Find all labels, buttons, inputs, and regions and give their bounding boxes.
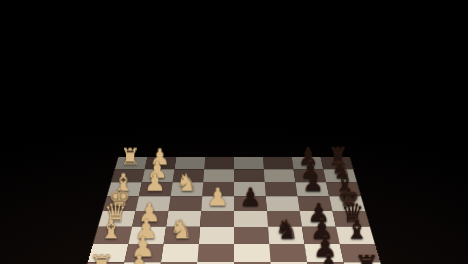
black-rook[interactable]: ♜ <box>354 250 380 264</box>
square-c8[interactable]: ♝ <box>336 227 375 244</box>
square-h1[interactable]: ♜ <box>115 157 147 169</box>
square-f6[interactable] <box>265 182 298 196</box>
square-e4[interactable]: ♟ <box>201 196 234 211</box>
square-f7[interactable]: ♟ <box>295 182 329 196</box>
square-h6[interactable] <box>263 157 294 169</box>
square-g4[interactable] <box>203 169 234 182</box>
white-knight[interactable]: ♞ <box>176 170 198 197</box>
square-c4[interactable] <box>199 227 234 244</box>
square-b6[interactable] <box>269 244 307 262</box>
square-b3[interactable] <box>161 244 199 262</box>
square-c1[interactable]: ♝ <box>93 227 132 244</box>
white-knight[interactable]: ♞ <box>169 214 193 244</box>
square-f3[interactable]: ♞ <box>171 182 204 196</box>
square-g5[interactable] <box>234 169 265 182</box>
black-knight[interactable]: ♞ <box>275 214 299 244</box>
square-d4[interactable] <box>200 211 234 227</box>
black-bishop[interactable]: ♝ <box>345 214 369 244</box>
square-h3[interactable] <box>174 157 205 169</box>
board-perspective-wrap: ♜♟♟♜♟♟♞♝♟♞♟♝♚♟♟♚♛♟♟♛♝♟♞♞♟♝♟♟♜♟♟♜ <box>82 26 386 264</box>
white-bishop[interactable]: ♝ <box>99 214 123 244</box>
square-g6[interactable] <box>264 169 296 182</box>
chess-board: ♜♟♟♜♟♟♞♝♟♞♟♝♚♟♟♚♛♟♟♛♝♟♞♞♟♝♟♟♜♟♟♜ <box>82 157 386 264</box>
square-e3[interactable] <box>168 196 202 211</box>
black-pawn[interactable]: ♟ <box>316 250 342 264</box>
square-c5[interactable] <box>234 227 269 244</box>
white-pawn[interactable]: ♟ <box>144 170 166 197</box>
square-b5[interactable] <box>234 244 271 262</box>
square-b4[interactable] <box>197 244 234 262</box>
black-pawn[interactable]: ♟ <box>239 184 261 212</box>
chess-scene: ♜♟♟♜♟♟♞♝♟♞♟♝♚♟♟♚♛♟♟♛♝♟♞♞♟♝♟♟♜♟♟♜ <box>0 0 468 264</box>
square-f2[interactable]: ♟ <box>139 182 173 196</box>
white-pawn[interactable]: ♟ <box>126 250 152 264</box>
square-h5[interactable] <box>234 157 264 169</box>
white-rook[interactable]: ♜ <box>88 250 114 264</box>
black-pawn[interactable]: ♟ <box>302 170 324 197</box>
square-d5[interactable] <box>234 211 268 227</box>
square-c6[interactable]: ♞ <box>268 227 304 244</box>
square-c3[interactable]: ♞ <box>164 227 200 244</box>
square-e5[interactable]: ♟ <box>234 196 267 211</box>
square-e6[interactable] <box>266 196 300 211</box>
white-pawn[interactable]: ♟ <box>206 184 228 212</box>
square-h4[interactable] <box>204 157 234 169</box>
white-rook[interactable]: ♜ <box>120 144 140 170</box>
